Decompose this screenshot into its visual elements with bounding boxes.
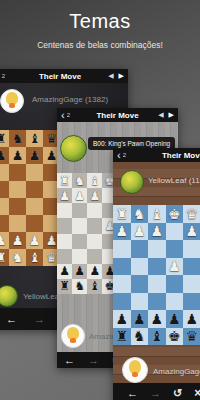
- forward-move-icon[interactable]: →: [34, 314, 45, 325]
- board-square[interactable]: ♟: [72, 188, 87, 203]
- back-move-icon[interactable]: ←: [64, 355, 75, 366]
- board-square[interactable]: [0, 181, 9, 198]
- duck-avatar: [61, 324, 85, 348]
- board-square[interactable]: [148, 258, 166, 276]
- board-square[interactable]: [166, 223, 184, 241]
- board-square[interactable]: [183, 258, 200, 276]
- white-chess-piece: ♟: [133, 224, 146, 238]
- top-player-row: YellowLeaf (1114): [113, 162, 200, 205]
- board-square[interactable]: [57, 249, 72, 264]
- black-chess-piece: ♜: [59, 280, 70, 292]
- board-square[interactable]: ♟: [26, 232, 43, 249]
- board-square[interactable]: ♝: [148, 328, 166, 346]
- black-chess-piece: ♟: [74, 265, 85, 277]
- black-chess-piece: ♟: [46, 149, 58, 162]
- white-chess-piece: ♝: [150, 206, 163, 220]
- white-chess-piece: ♟: [59, 189, 70, 201]
- white-chess-piece: ♟: [150, 224, 163, 238]
- parrot-avatar: [0, 285, 18, 307]
- board-square[interactable]: ♟: [0, 232, 9, 249]
- board-square[interactable]: [87, 218, 102, 233]
- top-player-name: AmazingGage (1382): [32, 95, 108, 104]
- white-chess-piece: ♛: [46, 251, 58, 264]
- white-chess-piece: ♜: [115, 206, 128, 220]
- black-chess-piece: ♝: [29, 132, 41, 145]
- board-square[interactable]: ♛: [183, 328, 200, 346]
- board-square[interactable]: [0, 215, 9, 232]
- back-move-icon[interactable]: ←: [127, 388, 138, 399]
- board-square[interactable]: [113, 293, 131, 311]
- black-chess-piece: ♝: [89, 280, 100, 292]
- chess-board[interactable]: ♜♞♝♚♛♝♞♜♟♟♟♟♟♟♟♟♟♟♟♟♟♟♟♟♜♞♝♚♛♝♞♜: [113, 205, 200, 345]
- white-chess-piece: ♜: [59, 174, 70, 186]
- board-square[interactable]: [87, 203, 102, 218]
- white-chess-piece: ♝: [89, 174, 100, 186]
- black-chess-piece: ♟: [168, 311, 181, 325]
- black-chess-piece: ♛: [185, 329, 198, 343]
- board-square[interactable]: [148, 275, 166, 293]
- duck-avatar: [0, 89, 24, 113]
- black-chess-piece: ♞: [12, 132, 24, 145]
- board-square[interactable]: [26, 181, 43, 198]
- white-chess-piece: ♟: [46, 234, 58, 247]
- black-chess-piece: ♟: [185, 311, 198, 325]
- black-chess-piece: ♞: [133, 329, 146, 343]
- game-title-bar: ‹ 2 Their Move ◀ ▶: [113, 148, 200, 162]
- white-chess-piece: ♟: [185, 224, 198, 238]
- white-chess-piece: ♞: [133, 206, 146, 220]
- board-square[interactable]: ♝: [87, 173, 102, 188]
- board-square[interactable]: [183, 240, 200, 258]
- board-square[interactable]: [57, 203, 72, 218]
- board-square[interactable]: ♟: [0, 147, 9, 164]
- black-chess-piece: ♟: [89, 265, 100, 277]
- board-square[interactable]: ♟: [131, 223, 149, 241]
- parrot-avatar: [60, 135, 87, 162]
- duck-avatar: [122, 357, 148, 383]
- board-square[interactable]: ♟: [113, 223, 131, 241]
- board-square[interactable]: ♛: [183, 205, 200, 223]
- board-square[interactable]: [9, 215, 26, 232]
- board-square[interactable]: ♟: [9, 232, 26, 249]
- black-chess-piece: ♝: [150, 329, 163, 343]
- white-chess-piece: ♟: [0, 234, 6, 247]
- theme-card-blue[interactable]: ‹ 2 Their Move ◀ ▶ YellowLeaf (1114) ♜♞♝…: [113, 148, 200, 400]
- board-square[interactable]: ♟: [26, 147, 43, 164]
- board-square[interactable]: ♜: [113, 205, 131, 223]
- board-square[interactable]: [9, 198, 26, 215]
- parrot-avatar: [120, 170, 144, 194]
- board-square[interactable]: ♜: [57, 279, 72, 294]
- black-chess-piece: ♜: [115, 329, 128, 343]
- move-count-badge: 2: [67, 112, 70, 118]
- board-square[interactable]: [57, 234, 72, 249]
- flip-board-icon[interactable]: ↺: [173, 388, 182, 399]
- black-chess-piece: ♟: [29, 149, 41, 162]
- white-chess-piece: ♜: [0, 251, 6, 264]
- forward-move-icon[interactable]: →: [150, 388, 161, 399]
- board-square[interactable]: [183, 293, 200, 311]
- white-chess-piece: ♟: [29, 234, 41, 247]
- board-square[interactable]: [72, 249, 87, 264]
- game-title-bar: ‹ 2 Their Move ◀ ▶: [57, 108, 178, 122]
- board-square[interactable]: [9, 164, 26, 181]
- prev-game-icon[interactable]: ◀: [158, 111, 163, 119]
- white-chess-piece: ♟: [74, 189, 85, 201]
- board-square[interactable]: ♞: [9, 130, 26, 147]
- board-square[interactable]: ♟: [183, 310, 200, 328]
- board-square[interactable]: ♟: [9, 147, 26, 164]
- black-chess-piece: ♟: [0, 149, 6, 162]
- white-chess-piece: ♞: [12, 251, 24, 264]
- board-square[interactable]: [57, 218, 72, 233]
- white-chess-piece: ♝: [29, 251, 41, 264]
- white-chess-piece: ♞: [74, 174, 85, 186]
- board-square[interactable]: [183, 275, 200, 293]
- back-chevron-icon[interactable]: ‹: [117, 150, 121, 160]
- board-square[interactable]: [26, 164, 43, 181]
- board-square[interactable]: ♝: [148, 205, 166, 223]
- board-square[interactable]: ♟: [166, 258, 184, 276]
- board-square[interactable]: ♞: [72, 173, 87, 188]
- move-count-badge: 2: [2, 73, 5, 79]
- black-chess-piece: ♟: [12, 149, 24, 162]
- board-square[interactable]: ♟: [72, 264, 87, 279]
- board-square[interactable]: [72, 203, 87, 218]
- board-square[interactable]: ♟: [148, 310, 166, 328]
- game-title-bar: ‹ 2 Their Move ◀ ▶: [0, 69, 128, 83]
- board-square[interactable]: [166, 240, 184, 258]
- board-square[interactable]: ♞: [131, 205, 149, 223]
- turn-status-label: Their Move: [113, 151, 200, 160]
- board-square[interactable]: ♟: [87, 264, 102, 279]
- board-square[interactable]: [131, 258, 149, 276]
- board-square[interactable]: [131, 240, 149, 258]
- board-square[interactable]: ♝: [26, 130, 43, 147]
- bottom-player-name: AmazingGage (1382): [153, 367, 200, 376]
- board-square[interactable]: [113, 258, 131, 276]
- board-square[interactable]: ♟: [87, 188, 102, 203]
- close-icon[interactable]: ×: [194, 387, 200, 399]
- page-title: Temas: [0, 10, 200, 33]
- next-game-icon[interactable]: ▶: [169, 111, 174, 119]
- board-square[interactable]: [166, 293, 184, 311]
- forward-move-icon[interactable]: →: [88, 355, 99, 366]
- themes-screen: Temas Centenas de belas combinações! ‹ 2…: [0, 0, 200, 400]
- white-chess-piece: ♟: [115, 224, 128, 238]
- next-game-icon[interactable]: ▶: [119, 72, 124, 80]
- board-square[interactable]: ♜: [57, 173, 72, 188]
- nav-bar: ← → ↺ ×: [113, 383, 200, 400]
- prev-game-icon[interactable]: ◀: [108, 72, 113, 80]
- board-square[interactable]: ♚: [166, 205, 184, 223]
- back-chevron-icon[interactable]: ‹: [61, 110, 65, 120]
- top-player-name: YellowLeaf (1114): [148, 176, 200, 185]
- black-chess-piece: ♟: [115, 311, 128, 325]
- black-chess-piece: ♞: [74, 280, 85, 292]
- page-subtitle: Centenas de belas combinações!: [0, 40, 200, 50]
- board-square[interactable]: ♜: [0, 130, 9, 147]
- board-square[interactable]: ♟: [183, 223, 200, 241]
- board-square[interactable]: [0, 198, 9, 215]
- board-square[interactable]: ♟: [57, 188, 72, 203]
- board-square[interactable]: ♟: [148, 223, 166, 241]
- white-chess-piece: ♛: [185, 206, 198, 220]
- board-square[interactable]: ♞: [9, 249, 26, 266]
- board-square[interactable]: ♟: [57, 264, 72, 279]
- board-square[interactable]: ♞: [131, 328, 149, 346]
- board-square[interactable]: [87, 234, 102, 249]
- black-chess-piece: ♟: [150, 311, 163, 325]
- black-chess-piece: ♜: [0, 132, 6, 145]
- board-square[interactable]: ♚: [166, 328, 184, 346]
- board-square[interactable]: [72, 234, 87, 249]
- move-count-badge: 2: [123, 152, 126, 158]
- board-square[interactable]: ♞: [72, 279, 87, 294]
- board-square[interactable]: [0, 164, 9, 181]
- board-square[interactable]: ♝: [26, 249, 43, 266]
- board-square[interactable]: [26, 215, 43, 232]
- bottom-player-row: AmazingGage (1382): [113, 345, 200, 383]
- board-square[interactable]: ♜: [0, 249, 9, 266]
- board-square[interactable]: [166, 275, 184, 293]
- black-chess-piece: ♟: [59, 265, 70, 277]
- board-square[interactable]: [131, 275, 149, 293]
- board-square[interactable]: [87, 249, 102, 264]
- board-square[interactable]: [9, 181, 26, 198]
- board-square[interactable]: [148, 293, 166, 311]
- back-move-icon[interactable]: ←: [6, 314, 17, 325]
- board-square[interactable]: ♝: [87, 279, 102, 294]
- board-square[interactable]: ♜: [113, 328, 131, 346]
- white-chess-piece: ♟: [168, 259, 181, 273]
- black-chess-piece: ♚: [168, 329, 181, 343]
- white-chess-piece: ♟: [12, 234, 24, 247]
- board-square[interactable]: [72, 218, 87, 233]
- board-square[interactable]: [148, 240, 166, 258]
- board-square[interactable]: [113, 275, 131, 293]
- board-square[interactable]: ♟: [131, 310, 149, 328]
- board-square[interactable]: [131, 293, 149, 311]
- board-square[interactable]: ♟: [166, 310, 184, 328]
- white-chess-piece: ♟: [89, 189, 100, 201]
- board-square[interactable]: [26, 198, 43, 215]
- black-chess-piece: ♛: [46, 132, 58, 145]
- white-chess-piece: ♚: [168, 206, 181, 220]
- board-square[interactable]: ♟: [113, 310, 131, 328]
- board-square[interactable]: [113, 240, 131, 258]
- black-chess-piece: ♟: [133, 311, 146, 325]
